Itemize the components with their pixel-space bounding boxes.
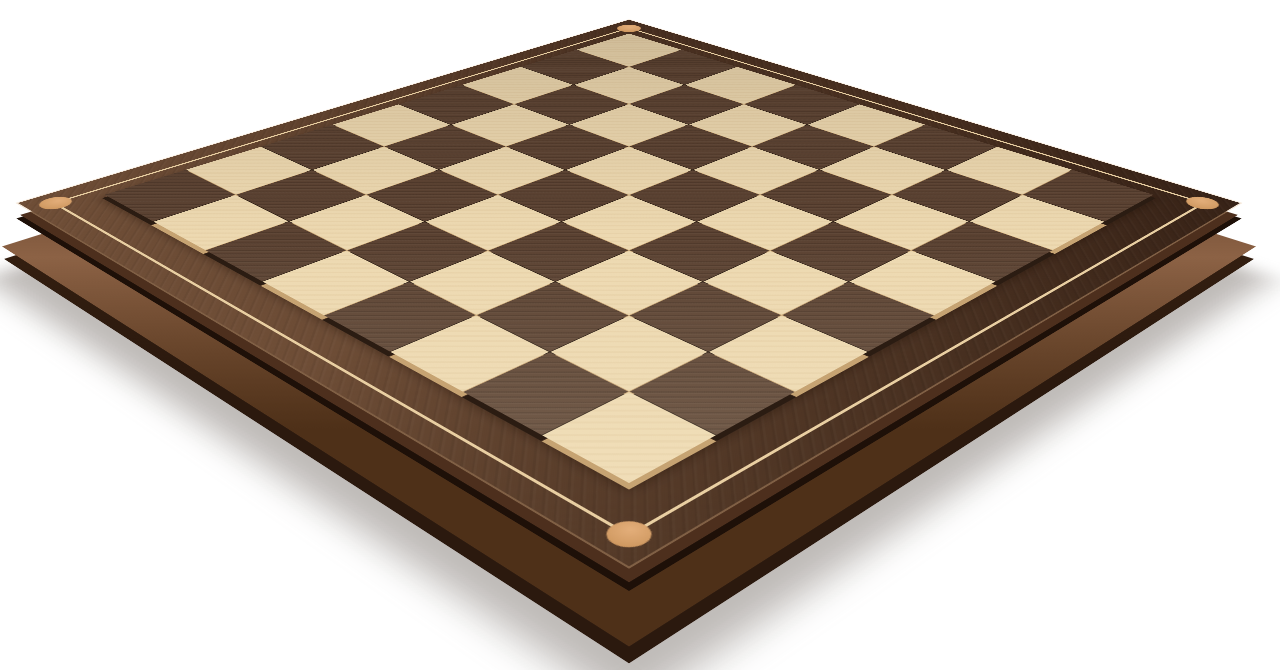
product-photo-scene [0, 0, 1280, 670]
chess-board [18, 20, 1240, 567]
